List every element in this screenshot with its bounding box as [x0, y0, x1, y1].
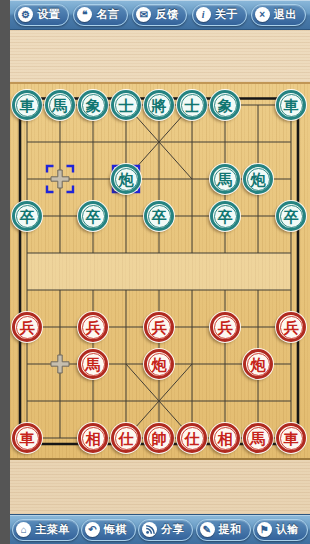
share-button[interactable]: 分享 — [138, 519, 193, 541]
piece-glyph: 車 — [284, 97, 299, 112]
black-piece-A-d10[interactable]: 士 — [111, 90, 141, 120]
exit-label: 退出 — [274, 7, 297, 22]
undo-icon: ↶ — [85, 522, 100, 537]
piece-glyph: 馬 — [251, 430, 266, 445]
piece-glyph: 兵 — [284, 319, 299, 334]
piece-glyph: 車 — [284, 430, 299, 445]
piece-glyph: 炮 — [119, 171, 134, 186]
feedback-label: 反馈 — [155, 7, 178, 22]
red-piece-A-f1[interactable]: 仕 — [177, 423, 207, 453]
main-menu-label: 主菜单 — [35, 522, 70, 537]
top-toolbar: ⚙设置❝名言✉反馈i关于×退出 — [10, 0, 310, 30]
feedback-button[interactable]: ✉反馈 — [132, 4, 187, 26]
black-piece-B-g10[interactable]: 象 — [210, 90, 240, 120]
gear-icon: ⚙ — [18, 7, 33, 22]
resign-label: 认输 — [276, 522, 299, 537]
home-icon: ⌂ — [16, 522, 31, 537]
piece-glyph: 士 — [185, 97, 200, 112]
black-piece-R-a10[interactable]: 車 — [12, 90, 42, 120]
offer-draw-button[interactable]: ✎提和 — [196, 519, 251, 541]
black-piece-N-g8[interactable]: 馬 — [210, 164, 240, 194]
red-piece-B-g1[interactable]: 相 — [210, 423, 240, 453]
piece-glyph: 兵 — [20, 319, 35, 334]
black-piece-C-h8[interactable]: 炮 — [243, 164, 273, 194]
red-piece-A-d1[interactable]: 仕 — [111, 423, 141, 453]
offer-draw-label: 提和 — [219, 522, 242, 537]
black-piece-P-c7[interactable]: 卒 — [78, 201, 108, 231]
red-piece-K-e1[interactable]: 帥 — [144, 423, 174, 453]
red-piece-P-i4[interactable]: 兵 — [276, 312, 306, 342]
red-piece-R-a1[interactable]: 車 — [12, 423, 42, 453]
piece-glyph: 馬 — [218, 171, 233, 186]
black-piece-A-f10[interactable]: 士 — [177, 90, 207, 120]
undo-move-button[interactable]: ↶悔棋 — [81, 519, 136, 541]
black-piece-P-i7[interactable]: 卒 — [276, 201, 306, 231]
piece-glyph: 士 — [119, 97, 134, 112]
black-piece-C-d8[interactable]: 炮 — [111, 164, 141, 194]
black-piece-P-a7[interactable]: 卒 — [12, 201, 42, 231]
piece-glyph: 炮 — [251, 171, 266, 186]
piece-glyph: 將 — [152, 97, 167, 112]
piece-glyph: 車 — [20, 97, 35, 112]
piece-glyph: 卒 — [152, 208, 167, 223]
piece-glyph: 炮 — [251, 356, 266, 371]
about-label: 关于 — [215, 7, 238, 22]
share-icon — [142, 522, 157, 537]
about-button[interactable]: i关于 — [192, 4, 247, 26]
black-piece-B-c10[interactable]: 象 — [78, 90, 108, 120]
close-icon: × — [255, 7, 270, 22]
flag-icon: ⚑ — [257, 522, 272, 537]
red-piece-C-h3[interactable]: 炮 — [243, 349, 273, 379]
piece-glyph: 卒 — [86, 208, 101, 223]
piece-glyph: 馬 — [53, 97, 68, 112]
piece-glyph: 兵 — [86, 319, 101, 334]
app-screen: ⚙设置❝名言✉反馈i关于×退出 車馬象士將士象車炮馬炮卒卒卒卒卒兵兵兵兵兵馬炮炮… — [10, 0, 310, 544]
piece-glyph: 相 — [218, 430, 233, 445]
envelope-icon: ✉ — [136, 7, 151, 22]
piece-glyph: 卒 — [218, 208, 233, 223]
red-piece-R-i1[interactable]: 車 — [276, 423, 306, 453]
settings-label: 设置 — [37, 7, 60, 22]
resign-button[interactable]: ⚑认输 — [253, 519, 308, 541]
red-piece-N-h1[interactable]: 馬 — [243, 423, 273, 453]
black-piece-P-e7[interactable]: 卒 — [144, 201, 174, 231]
main-menu-button[interactable]: ⌂主菜单 — [12, 519, 79, 541]
piece-glyph: 車 — [20, 430, 35, 445]
settings-button[interactable]: ⚙设置 — [14, 4, 69, 26]
speech-bubble-icon: ❝ — [77, 7, 92, 22]
piece-grid: 車馬象士將士象車炮馬炮卒卒卒卒卒兵兵兵兵兵馬炮炮車相仕帥仕相馬車 — [11, 87, 308, 457]
piece-glyph: 仕 — [119, 430, 134, 445]
piece-glyph: 象 — [86, 97, 101, 112]
black-piece-N-b10[interactable]: 馬 — [45, 90, 75, 120]
share-label: 分享 — [161, 522, 184, 537]
piece-glyph: 帥 — [152, 430, 167, 445]
black-piece-P-g7[interactable]: 卒 — [210, 201, 240, 231]
quotes-button[interactable]: ❝名言 — [73, 4, 128, 26]
black-piece-R-i10[interactable]: 車 — [276, 90, 306, 120]
xiangqi-board[interactable]: 車馬象士將士象車炮馬炮卒卒卒卒卒兵兵兵兵兵馬炮炮車相仕帥仕相馬車 — [10, 82, 310, 460]
piece-glyph: 相 — [86, 430, 101, 445]
pencil-icon: ✎ — [200, 522, 215, 537]
red-piece-B-c1[interactable]: 相 — [78, 423, 108, 453]
quotes-label: 名言 — [96, 7, 119, 22]
piece-glyph: 炮 — [152, 356, 167, 371]
piece-glyph: 象 — [218, 97, 233, 112]
piece-glyph: 兵 — [152, 319, 167, 334]
red-piece-P-a4[interactable]: 兵 — [12, 312, 42, 342]
red-piece-N-c3[interactable]: 馬 — [78, 349, 108, 379]
piece-glyph: 馬 — [86, 356, 101, 371]
piece-glyph: 兵 — [218, 319, 233, 334]
bottom-toolbar: ⌂主菜单↶悔棋分享✎提和⚑认输 — [10, 514, 310, 544]
red-piece-P-c4[interactable]: 兵 — [78, 312, 108, 342]
piece-glyph: 卒 — [284, 208, 299, 223]
exit-button[interactable]: ×退出 — [251, 4, 306, 26]
red-piece-C-e3[interactable]: 炮 — [144, 349, 174, 379]
piece-glyph: 仕 — [185, 430, 200, 445]
red-piece-P-g4[interactable]: 兵 — [210, 312, 240, 342]
piece-glyph: 卒 — [20, 208, 35, 223]
black-piece-K-e10[interactable]: 將 — [144, 90, 174, 120]
info-icon: i — [196, 7, 211, 22]
undo-move-label: 悔棋 — [104, 522, 127, 537]
red-piece-P-e4[interactable]: 兵 — [144, 312, 174, 342]
